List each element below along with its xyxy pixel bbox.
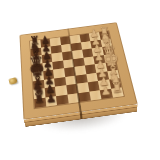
square-h2: ♟ <box>100 88 113 99</box>
board-frame: ♜♟♟♜♞♟♟♞♝♟♟♝♛♟♟♛♚♟♟♚♝♟♟♝♞♟♟♞♜♟♟♜ <box>19 22 137 120</box>
box-front-seam <box>80 112 83 120</box>
square-f6 <box>54 77 66 87</box>
scene-3d: ♜♟♟♜♞♟♟♞♝♟♟♝♛♟♟♛♚♟♟♚♝♟♟♝♞♟♟♞♜♟♟♜ <box>0 0 160 160</box>
piece-black-pawn-icon: ♟ <box>45 92 56 104</box>
chess-board: ♜♟♟♜♞♟♟♞♝♟♟♝♛♟♟♛♚♟♟♚♝♟♟♝♞♟♟♞♜♟♟♜ <box>19 22 137 120</box>
piece-black-rook-icon: ♜ <box>33 92 46 106</box>
square-h1: ♜ <box>111 87 124 98</box>
board-grid: ♜♟♟♜♞♟♟♞♝♟♟♝♛♟♟♛♚♟♟♚♝♟♟♝♞♟♟♞♜♟♟♜ <box>30 31 123 108</box>
piece-white-pawn-icon: ♟ <box>100 84 111 96</box>
square-h8: ♜ <box>34 97 46 108</box>
chess-set-photo: ♜♟♟♜♞♟♟♞♝♟♟♝♛♟♟♛♚♟♟♚♝♟♟♝♞♟♟♞♜♟♟♜ <box>0 0 160 160</box>
square-h7: ♟ <box>45 96 57 107</box>
piece-white-rook-icon: ♜ <box>111 81 124 95</box>
